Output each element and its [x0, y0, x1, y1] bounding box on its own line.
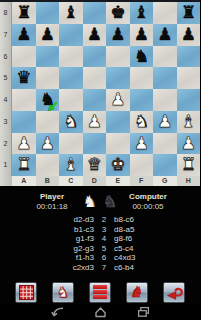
move-row-6: f1-h36c4xd3: [4, 253, 200, 263]
black-pawn-f7: ♟: [130, 24, 154, 46]
square-e4[interactable]: ♟: [106, 89, 130, 111]
square-f2[interactable]: ♟: [130, 133, 154, 155]
clocks-header: Player 00:01:18 ♞ ♞ Computer 00:00:05: [0, 186, 200, 212]
file-labels: ABCDEFGH: [12, 176, 200, 186]
move-list[interactable]: d2-d32b8-c6b1-c33d8-a5g1-f34g8-f6g2-g35c…: [0, 215, 200, 273]
white-pawn-d3: ♟: [83, 111, 107, 133]
player-label: Player: [25, 192, 79, 202]
white-rook-h1: ♜: [177, 154, 201, 176]
move-4-white: g1-f3: [20, 234, 94, 244]
stacked-bars-icon: [93, 285, 107, 298]
black-rook-a8: ♜: [12, 2, 36, 24]
computer-clock: 00:00:05: [121, 202, 175, 212]
white-pawn-f2: ♟: [130, 133, 154, 155]
white-queen-d1: ♛: [83, 154, 107, 176]
square-b5[interactable]: [36, 67, 60, 89]
square-f6[interactable]: ♞: [130, 46, 154, 68]
computer-label: Computer: [121, 192, 175, 202]
rank-label-3: 3: [0, 111, 11, 133]
square-d2[interactable]: [83, 133, 107, 155]
nav-home-button[interactable]: [93, 306, 107, 319]
board-grid-button[interactable]: [15, 282, 37, 303]
square-c3[interactable]: ♞: [59, 111, 83, 133]
square-e8[interactable]: ♚: [106, 2, 130, 24]
rank-label-6: 6: [0, 46, 11, 68]
recents-icon: [137, 306, 150, 318]
white-king-e1: ♚: [106, 154, 130, 176]
rank-label-8: 8: [0, 2, 11, 24]
square-d4[interactable]: [83, 89, 107, 111]
square-d6[interactable]: [83, 46, 107, 68]
square-h4[interactable]: [177, 89, 201, 111]
square-c7[interactable]: [59, 24, 83, 46]
square-a1[interactable]: ♜: [12, 154, 36, 176]
square-h7[interactable]: ♟: [177, 24, 201, 46]
move-3-no: 3: [96, 225, 112, 235]
move-4-no: 4: [96, 234, 112, 244]
black-bishop-f8: ♝: [130, 2, 154, 24]
square-f7[interactable]: ♟: [130, 24, 154, 46]
square-g1[interactable]: [153, 154, 177, 176]
square-h1[interactable]: ♜: [177, 154, 201, 176]
move-6-black: c4xd3: [114, 253, 188, 263]
black-rook-h8: ♜: [177, 2, 201, 24]
white-pawn-h2: ♟: [177, 133, 201, 155]
white-rook-a1: ♜: [12, 154, 36, 176]
android-nav-bar: [0, 304, 200, 320]
file-label-f: F: [130, 176, 154, 186]
white-pawn-a2: ♟: [12, 133, 36, 155]
move-7-no: 7: [96, 263, 112, 273]
white-knight-c3: ♞: [59, 111, 83, 133]
square-e7[interactable]: ♟: [106, 24, 130, 46]
toolbar: ♞ ♞: [0, 280, 200, 304]
square-a3[interactable]: [12, 111, 36, 133]
computer-column: Computer 00:00:05: [121, 192, 175, 212]
square-d8[interactable]: [83, 2, 107, 24]
square-a4[interactable]: [12, 89, 36, 111]
rank-label-5: 5: [0, 67, 11, 89]
player-clock: 00:01:18: [25, 202, 79, 212]
computer-move-button[interactable]: ♞: [126, 282, 148, 303]
move-6-no: 6: [96, 253, 112, 263]
square-g8[interactable]: [153, 2, 177, 24]
move-7-white: c2xd3: [20, 263, 94, 273]
white-pawn-e4: ♟: [106, 89, 130, 111]
black-pawn-h7: ♟: [177, 24, 201, 46]
black-knight-f6: ♞: [130, 46, 154, 68]
black-pawn-g7: ♟: [153, 24, 177, 46]
square-e6[interactable]: [106, 46, 130, 68]
white-bishop-c1: ♝: [59, 154, 83, 176]
rank-label-2: 2: [0, 133, 11, 155]
square-c5[interactable]: [59, 67, 83, 89]
nav-recents-button[interactable]: [136, 306, 150, 319]
square-b1[interactable]: [36, 154, 60, 176]
move-5-no: 5: [96, 244, 112, 254]
move-row-7: c2xd37c6-b4: [4, 263, 200, 273]
square-b8[interactable]: [36, 2, 60, 24]
player-column: Player 00:01:18: [25, 192, 79, 212]
nav-back-button[interactable]: [50, 306, 64, 319]
square-b2[interactable]: ♟: [36, 133, 60, 155]
square-f4[interactable]: [130, 89, 154, 111]
square-d3[interactable]: ♟: [83, 111, 107, 133]
black-pawn-a7: ♟: [12, 24, 36, 46]
chess-board: 87654321 ♜♝♚♝♜♟♟♟♟♟♟♟♞♛♞♟♞♟♞♟♝♟♟♟♟♜♝♛♚♜ …: [0, 0, 200, 186]
black-pawn-d7: ♟: [83, 24, 107, 46]
square-f1[interactable]: [130, 154, 154, 176]
move-6-white: f1-h3: [20, 253, 94, 263]
square-f5[interactable]: [130, 67, 154, 89]
white-knight-icon: ♞: [81, 192, 99, 212]
file-label-b: B: [36, 176, 60, 186]
square-g5[interactable]: [153, 67, 177, 89]
grid-icon: [19, 285, 34, 300]
rank-label-1: 1: [0, 154, 11, 176]
square-g3[interactable]: ♟: [153, 111, 177, 133]
red-knight-icon: ♞: [130, 285, 143, 300]
file-label-c: C: [59, 176, 83, 186]
square-g2[interactable]: [153, 133, 177, 155]
square-h3[interactable]: ♝: [177, 111, 201, 133]
square-d1[interactable]: ♛: [83, 154, 107, 176]
white-pawn-b2: ♟: [36, 133, 60, 155]
black-king-e8: ♚: [106, 2, 130, 24]
white-knight-f3: ♞: [130, 111, 154, 133]
square-d7[interactable]: ♟: [83, 24, 107, 46]
square-g7[interactable]: ♟: [153, 24, 177, 46]
square-b6[interactable]: [36, 46, 60, 68]
rank-labels: 87654321: [0, 2, 12, 176]
file-label-g: G: [153, 176, 177, 186]
rank-label-4: 4: [0, 89, 11, 111]
square-d5[interactable]: [83, 67, 107, 89]
move-7-black: c6-b4: [114, 263, 188, 273]
undo-arrow-icon: [166, 285, 183, 300]
square-c2[interactable]: [59, 133, 83, 155]
knight-button[interactable]: ♞: [52, 282, 74, 303]
white-pawn-g3: ♟: [153, 111, 177, 133]
square-h5[interactable]: [177, 67, 201, 89]
board-corner: [0, 176, 12, 186]
square-g4[interactable]: [153, 89, 177, 111]
move-list-button[interactable]: [89, 282, 111, 303]
move-row-5: g2-g35c5-c4: [4, 244, 200, 254]
file-label-h: H: [177, 176, 201, 186]
square-b3[interactable]: [36, 111, 60, 133]
square-b7[interactable]: ♟: [36, 24, 60, 46]
square-a8[interactable]: ♜: [12, 2, 36, 24]
move-2-no: 2: [96, 215, 112, 225]
board-squares: ♜♝♚♝♜♟♟♟♟♟♟♟♞♛♞♟♞♟♞♟♝♟♟♟♟♜♝♛♚♜: [12, 2, 200, 176]
info-panel: Player 00:01:18 ♞ ♞ Computer 00:00:05 d2…: [0, 186, 200, 280]
square-e1[interactable]: ♚: [106, 154, 130, 176]
square-f8[interactable]: ♝: [130, 2, 154, 24]
square-c4[interactable]: [59, 89, 83, 111]
move-3-white: b1-c3: [20, 225, 94, 235]
file-label-a: A: [12, 176, 36, 186]
square-e5[interactable]: [106, 67, 130, 89]
square-a6[interactable]: [12, 46, 36, 68]
move-row-2: d2-d32b8-c6: [4, 215, 200, 225]
file-label-d: D: [83, 176, 107, 186]
square-e2[interactable]: [106, 133, 130, 155]
square-c6[interactable]: [59, 46, 83, 68]
square-c1[interactable]: ♝: [59, 154, 83, 176]
move-row-4: g1-f34g8-f6: [4, 234, 200, 244]
back-icon: [51, 306, 64, 318]
square-a7[interactable]: ♟: [12, 24, 36, 46]
move-5-black: c5-c4: [114, 244, 188, 254]
square-c8[interactable]: ♝: [59, 2, 83, 24]
move-2-white: d2-d3: [20, 215, 94, 225]
square-g6[interactable]: [153, 46, 177, 68]
square-a5[interactable]: ♛: [12, 67, 36, 89]
white-bishop-h3: ♝: [177, 111, 201, 133]
square-f3[interactable]: ♞: [130, 111, 154, 133]
home-icon: [94, 306, 107, 318]
knight-icon: ♞: [57, 285, 70, 299]
move-5-white: g2-g3: [20, 244, 94, 254]
move-row-3: b1-c33d8-a5: [4, 225, 200, 235]
square-h2[interactable]: ♟: [177, 133, 201, 155]
rank-label-7: 7: [0, 24, 11, 46]
chess-app: 87654321 ♜♝♚♝♜♟♟♟♟♟♟♟♞♛♞♟♞♟♞♟♝♟♟♟♟♜♝♛♚♜ …: [0, 0, 200, 320]
move-2-black: b8-c6: [114, 215, 188, 225]
square-a2[interactable]: ♟: [12, 133, 36, 155]
black-bishop-c8: ♝: [59, 2, 83, 24]
black-knight-icon: ♞: [101, 192, 119, 212]
black-pawn-e7: ♟: [106, 24, 130, 46]
undo-button[interactable]: [163, 282, 185, 303]
square-h6[interactable]: [177, 46, 201, 68]
black-pawn-b7: ♟: [36, 24, 60, 46]
black-queen-a5: ♛: [12, 67, 36, 89]
square-e3[interactable]: [106, 111, 130, 133]
square-b4[interactable]: ♞: [36, 89, 60, 111]
square-h8[interactable]: ♜: [177, 2, 201, 24]
file-label-e: E: [106, 176, 130, 186]
move-3-black: d8-a5: [114, 225, 188, 235]
move-4-black: g8-f6: [114, 234, 188, 244]
